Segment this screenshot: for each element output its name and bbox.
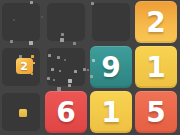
cell-r2c4: 1	[137, 48, 175, 86]
tile-5-r3c4[interactable]: 5	[135, 91, 177, 133]
tile-9-r2c3[interactable]: 9	[90, 46, 132, 88]
game-screen: 2291615	[0, 0, 180, 135]
cell-r3c1	[2, 93, 40, 131]
tile-spawning	[19, 109, 27, 117]
cell-r3c4: 5	[137, 93, 175, 131]
cell-r1c4: 2	[137, 3, 175, 41]
cell-r3c2: 6	[47, 93, 85, 131]
cell-r1c1	[2, 3, 40, 41]
tile-1-r3c3[interactable]: 1	[90, 91, 132, 133]
cell-r2c3: 9	[92, 48, 130, 86]
tile-2-merging: 2	[16, 58, 33, 74]
cell-r2c2	[47, 48, 85, 86]
cell-r1c3	[92, 3, 130, 41]
cell-r3c3: 1	[92, 93, 130, 131]
cell-r2c1: 2	[2, 48, 40, 86]
tile-2-r1c4[interactable]: 2	[135, 1, 177, 43]
merge-puzzle-board: 2291615	[2, 3, 175, 131]
tile-1-r2c4[interactable]: 1	[135, 46, 177, 88]
tile-6-r3c2[interactable]: 6	[45, 91, 87, 133]
cell-r1c2	[47, 3, 85, 41]
